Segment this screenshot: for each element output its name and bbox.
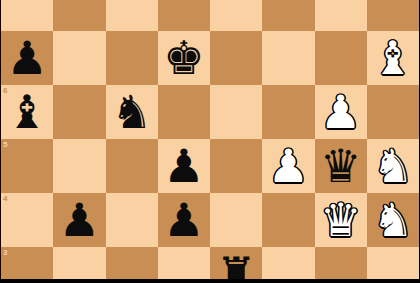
- square-c5[interactable]: [106, 139, 158, 193]
- piece-black-king[interactable]: ♚: [158, 31, 210, 85]
- square-b7[interactable]: [53, 31, 105, 85]
- square-a3[interactable]: 3: [1, 247, 53, 279]
- square-c8[interactable]: [106, 0, 158, 31]
- piece-black-pawn[interactable]: ♟: [53, 193, 105, 247]
- square-d8[interactable]: [158, 0, 210, 31]
- square-c3[interactable]: [106, 247, 158, 279]
- square-g3[interactable]: [315, 247, 367, 279]
- piece-white-pawn[interactable]: ♟: [262, 139, 314, 193]
- piece-white-knight[interactable]: ♞: [367, 193, 419, 247]
- square-a7[interactable]: ♟: [1, 31, 53, 85]
- square-a6[interactable]: 6♝: [1, 85, 53, 139]
- square-d7[interactable]: ♚: [158, 31, 210, 85]
- square-g8[interactable]: [315, 0, 367, 31]
- piece-black-queen[interactable]: ♛: [315, 139, 367, 193]
- square-h5[interactable]: ♞: [367, 139, 419, 193]
- piece-white-bishop[interactable]: ♝: [367, 31, 419, 85]
- rank-label-4: 4: [3, 194, 7, 203]
- piece-white-queen[interactable]: ♛: [315, 193, 367, 247]
- square-h4[interactable]: ♞: [367, 193, 419, 247]
- square-e6[interactable]: [210, 85, 262, 139]
- square-d4[interactable]: ♟: [158, 193, 210, 247]
- square-a8[interactable]: [1, 0, 53, 31]
- square-h6[interactable]: [367, 85, 419, 139]
- square-f5[interactable]: ♟: [262, 139, 314, 193]
- chess-screenshot: ♟♚♝6♝♞♟5♟♟♛♞4♟♟♛♞3♜2♟♟♟♞: [0, 0, 420, 283]
- square-c6[interactable]: ♞: [106, 85, 158, 139]
- square-b3[interactable]: [53, 247, 105, 279]
- square-b8[interactable]: [53, 0, 105, 31]
- square-c4[interactable]: [106, 193, 158, 247]
- piece-black-knight[interactable]: ♞: [106, 85, 158, 139]
- piece-black-pawn[interactable]: ♟: [158, 193, 210, 247]
- square-g7[interactable]: [315, 31, 367, 85]
- square-f8[interactable]: [262, 0, 314, 31]
- piece-white-pawn[interactable]: ♟: [315, 85, 367, 139]
- square-e3[interactable]: ♜: [210, 247, 262, 279]
- piece-black-bishop[interactable]: ♝: [1, 85, 53, 139]
- square-a5[interactable]: 5: [1, 139, 53, 193]
- square-b4[interactable]: ♟: [53, 193, 105, 247]
- square-d5[interactable]: ♟: [158, 139, 210, 193]
- square-h7[interactable]: ♝: [367, 31, 419, 85]
- square-g5[interactable]: ♛: [315, 139, 367, 193]
- rank-label-3: 3: [3, 248, 7, 257]
- square-f3[interactable]: [262, 247, 314, 279]
- square-a4[interactable]: 4: [1, 193, 53, 247]
- piece-black-rook[interactable]: ♜: [210, 247, 262, 279]
- square-g6[interactable]: ♟: [315, 85, 367, 139]
- square-h3[interactable]: [367, 247, 419, 279]
- square-e7[interactable]: [210, 31, 262, 85]
- chess-board: ♟♚♝6♝♞♟5♟♟♛♞4♟♟♛♞3♜2♟♟♟♞: [1, 0, 419, 279]
- square-f6[interactable]: [262, 85, 314, 139]
- square-f4[interactable]: [262, 193, 314, 247]
- square-g4[interactable]: ♛: [315, 193, 367, 247]
- bottom-black-bar: [0, 279, 420, 283]
- square-b6[interactable]: [53, 85, 105, 139]
- square-d3[interactable]: [158, 247, 210, 279]
- piece-black-pawn[interactable]: ♟: [1, 31, 53, 85]
- square-h8[interactable]: [367, 0, 419, 31]
- rank-label-5: 5: [3, 140, 7, 149]
- square-d6[interactable]: [158, 85, 210, 139]
- piece-black-pawn[interactable]: ♟: [158, 139, 210, 193]
- square-e4[interactable]: [210, 193, 262, 247]
- square-b5[interactable]: [53, 139, 105, 193]
- square-e8[interactable]: [210, 0, 262, 31]
- square-c7[interactable]: [106, 31, 158, 85]
- square-e5[interactable]: [210, 139, 262, 193]
- board-viewport: ♟♚♝6♝♞♟5♟♟♛♞4♟♟♛♞3♜2♟♟♟♞: [1, 0, 419, 279]
- square-f7[interactable]: [262, 31, 314, 85]
- piece-white-knight[interactable]: ♞: [367, 139, 419, 193]
